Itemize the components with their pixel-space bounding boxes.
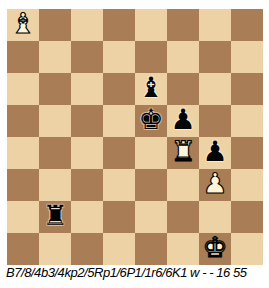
square-g6[interactable] bbox=[199, 73, 231, 105]
square-h1[interactable] bbox=[231, 233, 263, 265]
piece-black-pawn[interactable]: ♟ bbox=[170, 105, 195, 136]
square-b6[interactable] bbox=[39, 73, 71, 105]
square-d1[interactable] bbox=[103, 233, 135, 265]
square-h4[interactable] bbox=[231, 137, 263, 169]
square-h5[interactable] bbox=[231, 105, 263, 137]
square-d7[interactable] bbox=[103, 41, 135, 73]
square-g1[interactable]: ♚ bbox=[199, 233, 231, 265]
square-e3[interactable] bbox=[135, 169, 167, 201]
square-g4[interactable]: ♟ bbox=[199, 137, 231, 169]
square-f7[interactable] bbox=[167, 41, 199, 73]
square-a5[interactable] bbox=[7, 105, 39, 137]
square-f8[interactable] bbox=[167, 9, 199, 41]
square-c3[interactable] bbox=[71, 169, 103, 201]
square-f2[interactable] bbox=[167, 201, 199, 233]
square-c1[interactable] bbox=[71, 233, 103, 265]
piece-black-pawn[interactable]: ♟ bbox=[202, 137, 227, 168]
square-a8[interactable]: ♝ bbox=[7, 9, 39, 41]
square-g8[interactable] bbox=[199, 9, 231, 41]
square-e2[interactable] bbox=[135, 201, 167, 233]
square-h8[interactable] bbox=[231, 9, 263, 41]
square-g2[interactable] bbox=[199, 201, 231, 233]
square-b4[interactable] bbox=[39, 137, 71, 169]
square-b1[interactable] bbox=[39, 233, 71, 265]
piece-white-king[interactable]: ♚ bbox=[202, 233, 227, 264]
square-f3[interactable] bbox=[167, 169, 199, 201]
square-b2[interactable]: ♜ bbox=[39, 201, 71, 233]
piece-white-rook[interactable]: ♜ bbox=[170, 137, 195, 168]
square-a3[interactable] bbox=[7, 169, 39, 201]
square-h7[interactable] bbox=[231, 41, 263, 73]
piece-white-bishop[interactable]: ♝ bbox=[10, 9, 35, 40]
square-g3[interactable]: ♟ bbox=[199, 169, 231, 201]
square-d5[interactable] bbox=[103, 105, 135, 137]
square-d3[interactable] bbox=[103, 169, 135, 201]
square-e8[interactable] bbox=[135, 9, 167, 41]
square-g5[interactable] bbox=[199, 105, 231, 137]
square-f6[interactable] bbox=[167, 73, 199, 105]
square-c4[interactable] bbox=[71, 137, 103, 169]
piece-white-pawn[interactable]: ♟ bbox=[202, 169, 227, 200]
square-c6[interactable] bbox=[71, 73, 103, 105]
square-a2[interactable] bbox=[7, 201, 39, 233]
square-a4[interactable] bbox=[7, 137, 39, 169]
square-d6[interactable] bbox=[103, 73, 135, 105]
square-d4[interactable] bbox=[103, 137, 135, 169]
square-g7[interactable] bbox=[199, 41, 231, 73]
square-e4[interactable] bbox=[135, 137, 167, 169]
square-c2[interactable] bbox=[71, 201, 103, 233]
square-e5[interactable]: ♚ bbox=[135, 105, 167, 137]
square-d8[interactable] bbox=[103, 9, 135, 41]
fen-status-text: B7/8/4b3/4kp2/5Rp1/6P1/1r6/6K1 w - - 16 … bbox=[6, 265, 268, 280]
square-f5[interactable]: ♟ bbox=[167, 105, 199, 137]
square-h2[interactable] bbox=[231, 201, 263, 233]
square-b8[interactable] bbox=[39, 9, 71, 41]
piece-black-bishop[interactable]: ♝ bbox=[138, 73, 163, 104]
square-e7[interactable] bbox=[135, 41, 167, 73]
square-h6[interactable] bbox=[231, 73, 263, 105]
square-f1[interactable] bbox=[167, 233, 199, 265]
square-c8[interactable] bbox=[71, 9, 103, 41]
square-c5[interactable] bbox=[71, 105, 103, 137]
square-e6[interactable]: ♝ bbox=[135, 73, 167, 105]
chess-board: ♝♝♚♟♜♟♟♜♚ bbox=[7, 9, 263, 265]
square-h3[interactable] bbox=[231, 169, 263, 201]
square-d2[interactable] bbox=[103, 201, 135, 233]
square-b3[interactable] bbox=[39, 169, 71, 201]
piece-black-king[interactable]: ♚ bbox=[138, 105, 163, 136]
piece-black-rook[interactable]: ♜ bbox=[42, 201, 67, 232]
square-a1[interactable] bbox=[7, 233, 39, 265]
square-e1[interactable] bbox=[135, 233, 167, 265]
square-b7[interactable] bbox=[39, 41, 71, 73]
square-c7[interactable] bbox=[71, 41, 103, 73]
square-b5[interactable] bbox=[39, 105, 71, 137]
chess-app-window: ♝♝♚♟♜♟♟♜♚ B7/8/4b3/4kp2/5Rp1/6P1/1r6/6K1… bbox=[0, 0, 269, 288]
square-f4[interactable]: ♜ bbox=[167, 137, 199, 169]
square-a7[interactable] bbox=[7, 41, 39, 73]
square-a6[interactable] bbox=[7, 73, 39, 105]
